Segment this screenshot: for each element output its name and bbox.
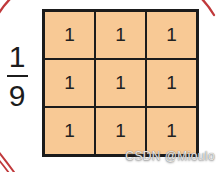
fraction-denominator: 9 [3,80,31,111]
csdn-watermark: CSDN @Mioulo [125,149,215,163]
grid-cell-r2c1: 1 [96,108,145,154]
kernel-diagram: 1 9 1 1 1 1 1 1 1 1 1 CSDN @Mioulo [0,0,216,172]
grid-cell-r0c1: 1 [96,12,145,58]
red-arc-bottom-left-outer [0,151,14,172]
grid-cell-r1c2: 1 [147,60,196,106]
red-arc-top-right [201,0,214,15]
grid-cell-r0c2: 1 [147,12,196,58]
red-arc-top-left [0,0,11,13]
fraction-numerator: 1 [3,41,31,72]
kernel-grid: 1 1 1 1 1 1 1 1 1 [42,9,199,157]
grid-cell-r1c0: 1 [45,60,94,106]
grid-cell-r2c0: 1 [45,108,94,154]
grid-cell-r0c0: 1 [45,12,94,58]
grid-cell-r2c2: 1 [147,108,196,154]
grid-cell-r1c1: 1 [96,60,145,106]
red-arc-bottom-left-inner [0,159,9,172]
fraction-bar [7,75,28,77]
fraction-one-ninth: 1 9 [3,41,31,111]
